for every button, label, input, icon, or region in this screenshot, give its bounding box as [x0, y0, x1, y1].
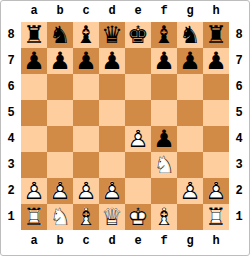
black-rook[interactable]: ♜	[21, 22, 47, 48]
square-d1[interactable]: ♛♕	[99, 204, 125, 230]
black-pawn-glyph: ♟	[151, 126, 177, 152]
square-g4[interactable]	[177, 126, 203, 152]
square-h2[interactable]: ♟♙	[203, 178, 229, 204]
black-pawn[interactable]: ♟	[99, 48, 125, 74]
white-pawn[interactable]: ♟♙	[21, 178, 47, 204]
file-label-g: g	[177, 1, 203, 22]
square-c1[interactable]: ♝♗	[73, 204, 99, 230]
rank-label-2: 2	[229, 178, 249, 204]
square-h3[interactable]	[203, 152, 229, 178]
white-pawn-outline: ♙	[73, 178, 99, 204]
square-f6[interactable]	[151, 74, 177, 100]
file-label-b: b	[47, 230, 73, 255]
black-pawn-glyph: ♟	[177, 48, 203, 74]
square-g2[interactable]: ♟♙	[177, 178, 203, 204]
square-b3[interactable]	[47, 152, 73, 178]
black-pawn-glyph: ♟	[151, 48, 177, 74]
white-king[interactable]: ♚♔	[125, 204, 151, 230]
black-bishop[interactable]: ♝	[151, 22, 177, 48]
black-bishop[interactable]: ♝	[73, 22, 99, 48]
black-pawn[interactable]: ♟	[177, 48, 203, 74]
rank-label-8: 8	[229, 22, 249, 48]
rank-label-2: 2	[1, 178, 21, 204]
white-rook[interactable]: ♜♖	[21, 204, 47, 230]
square-b5[interactable]	[47, 100, 73, 126]
white-pawn[interactable]: ♟♙	[177, 178, 203, 204]
file-label-d: d	[99, 1, 125, 22]
white-queen-outline: ♕	[99, 204, 125, 230]
rank-label-7: 7	[229, 48, 249, 74]
square-e3[interactable]	[125, 152, 151, 178]
square-g6[interactable]	[177, 74, 203, 100]
rank-labels-right: 87654321	[229, 22, 249, 230]
file-label-d: d	[99, 230, 125, 255]
square-c6[interactable]	[73, 74, 99, 100]
square-d5[interactable]	[99, 100, 125, 126]
black-queen-glyph: ♛	[99, 22, 125, 48]
black-rook-glyph: ♜	[203, 22, 229, 48]
square-d4[interactable]	[99, 126, 125, 152]
white-knight[interactable]: ♞♘	[47, 204, 73, 230]
square-d3[interactable]	[99, 152, 125, 178]
black-pawn[interactable]: ♟	[47, 48, 73, 74]
rank-label-6: 6	[229, 74, 249, 100]
white-rook[interactable]: ♜♖	[203, 204, 229, 230]
file-labels-top: abcdefgh	[21, 1, 229, 22]
black-bishop-glyph: ♝	[151, 22, 177, 48]
square-c4[interactable]	[73, 126, 99, 152]
square-h1[interactable]: ♜♖	[203, 204, 229, 230]
white-bishop[interactable]: ♝♗	[151, 204, 177, 230]
square-f4[interactable]: ♟	[151, 126, 177, 152]
black-pawn-glyph: ♟	[21, 48, 47, 74]
square-a2[interactable]: ♟♙	[21, 178, 47, 204]
white-pawn[interactable]: ♟♙	[125, 126, 151, 152]
white-pawn-outline: ♙	[177, 178, 203, 204]
white-king-outline: ♔	[125, 204, 151, 230]
black-rook-glyph: ♜	[21, 22, 47, 48]
square-d7[interactable]: ♟	[99, 48, 125, 74]
file-label-h: h	[203, 1, 229, 22]
square-a8[interactable]: ♜	[21, 22, 47, 48]
white-rook-outline: ♖	[203, 204, 229, 230]
chess-board: ♜♞♝♛♚♝♞♜♟♟♟♟♟♟♟♟♙♟♞♘♟♙♟♙♟♙♟♙♟♙♟♙♜♖♞♘♝♗♛♕…	[21, 22, 229, 230]
file-label-a: a	[21, 1, 47, 22]
black-pawn[interactable]: ♟	[203, 48, 229, 74]
square-h7[interactable]: ♟	[203, 48, 229, 74]
file-label-e: e	[125, 230, 151, 255]
black-bishop-glyph: ♝	[73, 22, 99, 48]
square-b4[interactable]	[47, 126, 73, 152]
file-label-h: h	[203, 230, 229, 255]
square-g7[interactable]: ♟	[177, 48, 203, 74]
black-king[interactable]: ♚	[125, 22, 151, 48]
rank-label-4: 4	[229, 126, 249, 152]
white-rook-outline: ♖	[21, 204, 47, 230]
square-f8[interactable]: ♝	[151, 22, 177, 48]
black-pawn[interactable]: ♟	[151, 48, 177, 74]
white-pawn-outline: ♙	[47, 178, 73, 204]
square-g1[interactable]	[177, 204, 203, 230]
square-g3[interactable]	[177, 152, 203, 178]
white-queen[interactable]: ♛♕	[99, 204, 125, 230]
square-a3[interactable]	[21, 152, 47, 178]
square-g8[interactable]: ♞	[177, 22, 203, 48]
rank-label-5: 5	[229, 100, 249, 126]
rank-label-8: 8	[1, 22, 21, 48]
square-e7[interactable]	[125, 48, 151, 74]
white-pawn[interactable]: ♟♙	[73, 178, 99, 204]
rank-labels-left: 87654321	[1, 22, 21, 230]
square-f7[interactable]: ♟	[151, 48, 177, 74]
square-a1[interactable]: ♜♖	[21, 204, 47, 230]
file-label-b: b	[47, 1, 73, 22]
file-label-f: f	[151, 230, 177, 255]
square-c8[interactable]: ♝	[73, 22, 99, 48]
white-pawn-outline: ♙	[21, 178, 47, 204]
square-b7[interactable]: ♟	[47, 48, 73, 74]
square-a5[interactable]	[21, 100, 47, 126]
black-pawn-glyph: ♟	[47, 48, 73, 74]
square-a4[interactable]	[21, 126, 47, 152]
black-pawn-glyph: ♟	[99, 48, 125, 74]
file-label-c: c	[73, 1, 99, 22]
square-e1[interactable]: ♚♔	[125, 204, 151, 230]
square-f1[interactable]: ♝♗	[151, 204, 177, 230]
square-g5[interactable]	[177, 100, 203, 126]
file-label-c: c	[73, 230, 99, 255]
square-d8[interactable]: ♛	[99, 22, 125, 48]
black-knight[interactable]: ♞	[177, 22, 203, 48]
square-d6[interactable]	[99, 74, 125, 100]
file-labels-bottom: abcdefgh	[21, 230, 229, 255]
square-c5[interactable]	[73, 100, 99, 126]
square-e6[interactable]	[125, 74, 151, 100]
black-king-glyph: ♚	[125, 22, 151, 48]
white-knight-outline: ♘	[47, 204, 73, 230]
rank-label-7: 7	[1, 48, 21, 74]
white-pawn[interactable]: ♟♙	[47, 178, 73, 204]
black-pawn-glyph: ♟	[203, 48, 229, 74]
rank-label-3: 3	[1, 152, 21, 178]
file-label-g: g	[177, 230, 203, 255]
file-label-e: e	[125, 1, 151, 22]
rank-label-5: 5	[1, 100, 21, 126]
square-e2[interactable]	[125, 178, 151, 204]
square-a6[interactable]	[21, 74, 47, 100]
black-pawn[interactable]: ♟	[151, 126, 177, 152]
rank-label-1: 1	[229, 204, 249, 230]
black-pawn-glyph: ♟	[73, 48, 99, 74]
square-b1[interactable]: ♞♘	[47, 204, 73, 230]
square-h5[interactable]	[203, 100, 229, 126]
white-pawn[interactable]: ♟♙	[203, 178, 229, 204]
file-label-f: f	[151, 1, 177, 22]
square-f2[interactable]	[151, 178, 177, 204]
white-pawn[interactable]: ♟♙	[99, 178, 125, 204]
square-b8[interactable]: ♞	[47, 22, 73, 48]
square-f5[interactable]	[151, 100, 177, 126]
square-c3[interactable]	[73, 152, 99, 178]
square-h6[interactable]	[203, 74, 229, 100]
square-e8[interactable]: ♚	[125, 22, 151, 48]
square-h4[interactable]	[203, 126, 229, 152]
white-bishop[interactable]: ♝♗	[73, 204, 99, 230]
square-e5[interactable]	[125, 100, 151, 126]
black-knight-glyph: ♞	[177, 22, 203, 48]
square-b2[interactable]: ♟♙	[47, 178, 73, 204]
rank-label-1: 1	[1, 204, 21, 230]
square-c7[interactable]: ♟	[73, 48, 99, 74]
file-label-a: a	[21, 230, 47, 255]
square-c2[interactable]: ♟♙	[73, 178, 99, 204]
black-knight[interactable]: ♞	[47, 22, 73, 48]
white-knight[interactable]: ♞♘	[151, 152, 177, 178]
black-pawn[interactable]: ♟	[21, 48, 47, 74]
square-d2[interactable]: ♟♙	[99, 178, 125, 204]
rank-label-6: 6	[1, 74, 21, 100]
rank-label-3: 3	[229, 152, 249, 178]
black-knight-glyph: ♞	[47, 22, 73, 48]
square-b6[interactable]	[47, 74, 73, 100]
white-pawn-outline: ♙	[99, 178, 125, 204]
square-e4[interactable]: ♟♙	[125, 126, 151, 152]
square-a7[interactable]: ♟	[21, 48, 47, 74]
white-pawn-outline: ♙	[203, 178, 229, 204]
black-rook[interactable]: ♜	[203, 22, 229, 48]
white-pawn-outline: ♙	[125, 126, 151, 152]
chess-diagram: abcdefgh 87654321 ♜♞♝♛♚♝♞♜♟♟♟♟♟♟♟♟♙♟♞♘♟♙…	[0, 0, 250, 256]
white-knight-outline: ♘	[151, 152, 177, 178]
square-h8[interactable]: ♜	[203, 22, 229, 48]
black-queen[interactable]: ♛	[99, 22, 125, 48]
white-bishop-outline: ♗	[73, 204, 99, 230]
black-pawn[interactable]: ♟	[73, 48, 99, 74]
square-f3[interactable]: ♞♘	[151, 152, 177, 178]
white-bishop-outline: ♗	[151, 204, 177, 230]
rank-label-4: 4	[1, 126, 21, 152]
